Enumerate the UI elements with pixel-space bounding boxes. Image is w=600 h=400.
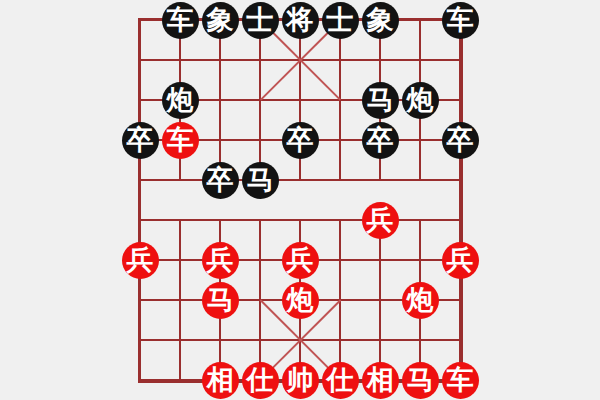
piece-red-advisor[interactable]: 仕 [242, 362, 279, 399]
piece-glyph: 兵 [127, 247, 154, 274]
piece-red-chariot[interactable]: 车 [442, 362, 479, 399]
point-marker-corner [163, 283, 175, 295]
piece-glyph: 车 [167, 127, 194, 154]
piece-red-elephant[interactable]: 相 [202, 362, 239, 399]
piece-black-soldier[interactable]: 卒 [362, 122, 399, 159]
piece-glyph: 卒 [207, 167, 234, 194]
point-marker-corner [363, 243, 375, 255]
piece-glyph: 炮 [407, 87, 434, 114]
piece-black-advisor[interactable]: 士 [322, 2, 359, 39]
piece-glyph: 相 [207, 367, 234, 394]
board-border [138, 18, 463, 383]
piece-black-general[interactable]: 将 [282, 2, 319, 39]
piece-glyph: 车 [447, 367, 474, 394]
point-marker-corner [225, 145, 237, 157]
piece-glyph: 炮 [167, 87, 194, 114]
piece-glyph: 卒 [127, 127, 154, 154]
piece-black-chariot[interactable]: 车 [442, 2, 479, 39]
piece-red-advisor[interactable]: 仕 [322, 362, 359, 399]
piece-glyph: 炮 [407, 287, 434, 314]
piece-black-elephant[interactable]: 象 [202, 2, 239, 39]
piece-black-horse[interactable]: 马 [362, 82, 399, 119]
piece-glyph: 车 [167, 7, 194, 34]
piece-glyph: 帅 [287, 367, 314, 394]
piece-glyph: 仕 [327, 367, 354, 394]
piece-red-cannon[interactable]: 炮 [402, 282, 439, 319]
point-marker-corner [185, 283, 197, 295]
piece-glyph: 士 [247, 7, 274, 34]
point-marker-corner [225, 123, 237, 135]
piece-red-horse[interactable]: 马 [202, 282, 239, 319]
piece-black-elephant[interactable]: 象 [362, 2, 399, 39]
point-marker-corner [203, 123, 215, 135]
piece-glyph: 卒 [447, 127, 474, 154]
piece-glyph: 仕 [247, 367, 274, 394]
point-marker-corner [385, 243, 397, 255]
piece-black-horse[interactable]: 马 [242, 162, 279, 199]
piece-red-soldier[interactable]: 兵 [122, 242, 159, 279]
piece-black-soldier[interactable]: 卒 [442, 122, 479, 159]
piece-black-soldier[interactable]: 卒 [282, 122, 319, 159]
piece-red-cannon[interactable]: 炮 [282, 282, 319, 319]
piece-glyph: 将 [287, 7, 314, 34]
piece-black-chariot[interactable]: 车 [162, 2, 199, 39]
piece-black-cannon[interactable]: 炮 [162, 82, 199, 119]
piece-glyph: 马 [207, 287, 234, 314]
point-marker-corner [203, 145, 215, 157]
piece-glyph: 卒 [287, 127, 314, 154]
piece-glyph: 象 [207, 7, 234, 34]
piece-red-horse[interactable]: 马 [402, 362, 439, 399]
piece-glyph: 兵 [287, 247, 314, 274]
point-marker-corner [163, 305, 175, 317]
point-marker-corner [385, 265, 397, 277]
piece-red-elephant[interactable]: 相 [362, 362, 399, 399]
piece-glyph: 士 [327, 7, 354, 34]
piece-glyph: 马 [367, 87, 394, 114]
piece-glyph: 卒 [367, 127, 394, 154]
piece-red-general[interactable]: 帅 [282, 362, 319, 399]
piece-red-soldier[interactable]: 兵 [442, 242, 479, 279]
point-marker [203, 123, 237, 157]
point-marker [163, 283, 197, 317]
piece-red-soldier[interactable]: 兵 [362, 202, 399, 239]
piece-glyph: 马 [407, 367, 434, 394]
piece-glyph: 马 [247, 167, 274, 194]
piece-glyph: 炮 [287, 287, 314, 314]
piece-black-advisor[interactable]: 士 [242, 2, 279, 39]
point-marker-corner [185, 305, 197, 317]
piece-black-cannon[interactable]: 炮 [402, 82, 439, 119]
piece-red-chariot[interactable]: 车 [162, 122, 199, 159]
piece-glyph: 兵 [367, 207, 394, 234]
piece-red-soldier[interactable]: 兵 [202, 242, 239, 279]
piece-glyph: 兵 [447, 247, 474, 274]
piece-red-soldier[interactable]: 兵 [282, 242, 319, 279]
piece-glyph: 相 [367, 367, 394, 394]
piece-glyph: 象 [367, 7, 394, 34]
point-marker-corner [363, 265, 375, 277]
piece-black-soldier[interactable]: 卒 [122, 122, 159, 159]
point-marker [363, 243, 397, 277]
xiangqi-board[interactable]: 车象士将士象车炮马炮卒车卒卒卒卒马兵兵兵兵兵马炮炮相仕帅仕相马车 [0, 0, 600, 400]
piece-glyph: 车 [447, 7, 474, 34]
piece-glyph: 兵 [207, 247, 234, 274]
xiangqi-app: 车象士将士象车炮马炮卒车卒卒卒卒马兵兵兵兵兵马炮炮相仕帅仕相马车 [0, 0, 600, 400]
piece-black-soldier[interactable]: 卒 [202, 162, 239, 199]
